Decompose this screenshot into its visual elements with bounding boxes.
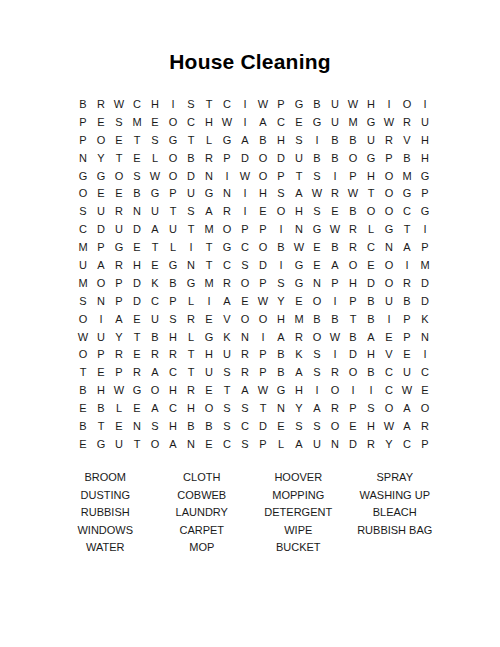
grid-cell: O: [236, 274, 254, 292]
grid-cell: A: [290, 184, 308, 202]
grid-cell: D: [416, 292, 434, 310]
grid-cell: E: [200, 310, 218, 328]
grid-cell: I: [308, 131, 326, 149]
grid-cell: T: [182, 345, 200, 363]
word-list-item: WASHING UP: [360, 487, 431, 505]
grid-cell: U: [110, 435, 128, 453]
grid-cell: T: [182, 220, 200, 238]
grid-cell: B: [362, 292, 380, 310]
grid-cell: I: [164, 95, 182, 113]
grid-cell: R: [164, 345, 182, 363]
grid-cell: B: [326, 238, 344, 256]
grid-cell: P: [416, 184, 434, 202]
grid-cell: C: [182, 113, 200, 131]
grid-cell: B: [272, 345, 290, 363]
grid-cell: E: [146, 256, 164, 274]
grid-cell: S: [290, 417, 308, 435]
grid-cell: U: [92, 202, 110, 220]
grid-cell: U: [326, 113, 344, 131]
grid-cell: E: [290, 113, 308, 131]
grid-cell: B: [74, 95, 92, 113]
grid-cell: M: [74, 238, 92, 256]
grid-cell: O: [254, 167, 272, 185]
grid-cell: P: [254, 274, 272, 292]
word-list-item: MOP: [189, 539, 214, 557]
grid-cell: H: [254, 184, 272, 202]
grid-cell: Y: [290, 399, 308, 417]
grid-cell: C: [380, 381, 398, 399]
grid-cell: G: [308, 113, 326, 131]
grid-cell: N: [200, 167, 218, 185]
grid-cell: R: [218, 202, 236, 220]
grid-cell: O: [164, 149, 182, 167]
grid-cell: N: [380, 238, 398, 256]
grid-cell: W: [146, 167, 164, 185]
grid-cell: E: [92, 113, 110, 131]
grid-cell: P: [254, 435, 272, 453]
grid-cell: E: [128, 238, 146, 256]
grid-cell: U: [200, 363, 218, 381]
grid-cell: H: [362, 95, 380, 113]
grid-cell: L: [146, 149, 164, 167]
grid-cell: R: [326, 399, 344, 417]
grid-cell: H: [362, 167, 380, 185]
grid-cell: Y: [272, 292, 290, 310]
grid-cell: S: [308, 167, 326, 185]
grid-cell: W: [110, 95, 128, 113]
grid-cell: C: [236, 238, 254, 256]
grid-cell: T: [200, 256, 218, 274]
grid-cell: V: [380, 345, 398, 363]
grid-cell: O: [110, 167, 128, 185]
grid-cell: H: [164, 328, 182, 346]
grid-cell: S: [290, 131, 308, 149]
grid-cell: O: [380, 399, 398, 417]
grid-cell: W: [326, 220, 344, 238]
grid-cell: E: [110, 184, 128, 202]
grid-cell: H: [272, 310, 290, 328]
grid-cell: A: [398, 238, 416, 256]
grid-cell: C: [146, 292, 164, 310]
grid-cell: H: [290, 202, 308, 220]
grid-cell: U: [326, 95, 344, 113]
grid-cell: O: [380, 274, 398, 292]
grid-cell: I: [308, 381, 326, 399]
grid-cell: T: [146, 238, 164, 256]
grid-cell: C: [128, 95, 146, 113]
grid-cell: E: [362, 256, 380, 274]
grid-cell: R: [326, 363, 344, 381]
grid-cell: E: [326, 202, 344, 220]
grid-cell: W: [74, 328, 92, 346]
grid-cell: A: [362, 328, 380, 346]
grid-cell: B: [362, 310, 380, 328]
grid-cell: B: [254, 131, 272, 149]
grid-cell: E: [308, 256, 326, 274]
grid-cell: O: [74, 184, 92, 202]
grid-cell: W: [344, 95, 362, 113]
grid-cell: O: [362, 202, 380, 220]
grid-cell: P: [344, 399, 362, 417]
grid-cell: T: [182, 131, 200, 149]
grid-cell: W: [110, 381, 128, 399]
grid-cell: I: [380, 95, 398, 113]
grid-cell: R: [398, 274, 416, 292]
grid-cell: U: [146, 310, 164, 328]
grid-cell: U: [182, 184, 200, 202]
grid-cell: O: [164, 113, 182, 131]
grid-cell: P: [416, 238, 434, 256]
grid-cell: R: [326, 184, 344, 202]
grid-cell: O: [146, 435, 164, 453]
grid-cell: O: [164, 167, 182, 185]
grid-cell: O: [272, 202, 290, 220]
grid-cell: I: [200, 292, 218, 310]
grid-cell: Y: [92, 149, 110, 167]
grid-cell: T: [218, 381, 236, 399]
grid-cell: W: [290, 238, 308, 256]
grid-cell: U: [416, 113, 434, 131]
grid-cell: U: [308, 435, 326, 453]
word-list-item: MOPPING: [272, 487, 324, 505]
grid-cell: B: [344, 202, 362, 220]
grid-cell: S: [218, 417, 236, 435]
grid-cell: O: [326, 381, 344, 399]
grid-cell: B: [398, 149, 416, 167]
grid-cell: T: [92, 417, 110, 435]
grid-cell: P: [92, 345, 110, 363]
grid-cell: B: [164, 274, 182, 292]
grid-cell: E: [416, 381, 434, 399]
grid-cell: I: [326, 167, 344, 185]
grid-cell: H: [362, 417, 380, 435]
grid-cell: B: [128, 184, 146, 202]
grid-cell: B: [308, 149, 326, 167]
grid-cell: A: [236, 131, 254, 149]
grid-cell: E: [92, 184, 110, 202]
grid-cell: A: [326, 256, 344, 274]
grid-cell: S: [182, 202, 200, 220]
grid-cell: W: [254, 95, 272, 113]
grid-cell: O: [398, 95, 416, 113]
grid-cell: E: [200, 435, 218, 453]
grid-cell: B: [344, 131, 362, 149]
grid-cell: R: [128, 363, 146, 381]
grid-cell: I: [182, 238, 200, 256]
grid-cell: D: [362, 274, 380, 292]
grid-cell: B: [272, 363, 290, 381]
grid-cell: W: [308, 184, 326, 202]
grid-cell: I: [218, 167, 236, 185]
grid-cell: A: [308, 399, 326, 417]
grid-cell: E: [236, 292, 254, 310]
grid-cell: D: [272, 149, 290, 167]
grid-cell: P: [326, 274, 344, 292]
grid-cell: A: [398, 399, 416, 417]
grid-cell: D: [182, 167, 200, 185]
grid-cell: C: [272, 113, 290, 131]
grid-cell: N: [236, 328, 254, 346]
grid-cell: L: [182, 328, 200, 346]
grid-cell: G: [92, 435, 110, 453]
word-list-column: BROOMDUSTINGRUBBISHWINDOWSWATER: [58, 469, 153, 557]
grid-cell: U: [290, 149, 308, 167]
grid-cell: Y: [380, 435, 398, 453]
grid-cell: D: [236, 149, 254, 167]
grid-cell: I: [416, 220, 434, 238]
grid-cell: M: [398, 167, 416, 185]
grid-cell: E: [128, 310, 146, 328]
grid-cell: W: [254, 292, 272, 310]
grid-cell: C: [416, 363, 434, 381]
grid-cell: E: [146, 113, 164, 131]
grid-cell: U: [146, 202, 164, 220]
grid-cell: A: [272, 328, 290, 346]
grid-cell: E: [308, 238, 326, 256]
grid-cell: D: [128, 274, 146, 292]
grid-cell: O: [416, 399, 434, 417]
grid-cell: O: [74, 310, 92, 328]
grid-cell: R: [146, 345, 164, 363]
grid-cell: O: [218, 220, 236, 238]
grid-cell: G: [110, 238, 128, 256]
grid-cell: P: [344, 167, 362, 185]
grid-cell: O: [92, 274, 110, 292]
grid-cell: A: [290, 363, 308, 381]
grid-cell: B: [326, 310, 344, 328]
grid-cell: S: [236, 435, 254, 453]
grid-cell: B: [272, 238, 290, 256]
grid-cell: L: [164, 238, 182, 256]
grid-cell: O: [380, 256, 398, 274]
grid-cell: S: [236, 256, 254, 274]
grid-cell: A: [146, 220, 164, 238]
grid-cell: E: [398, 345, 416, 363]
grid-cell: T: [200, 238, 218, 256]
grid-cell: D: [416, 274, 434, 292]
grid-cell: I: [416, 345, 434, 363]
grid-cell: I: [362, 381, 380, 399]
grid-cell: W: [398, 381, 416, 399]
word-list-item: HOOVER: [274, 469, 322, 487]
grid-cell: W: [344, 184, 362, 202]
grid-cell: P: [110, 363, 128, 381]
grid-cell: B: [326, 149, 344, 167]
grid-cell: B: [344, 328, 362, 346]
word-list-item: BUCKET: [276, 539, 321, 557]
grid-cell: S: [308, 417, 326, 435]
grid-cell: R: [236, 345, 254, 363]
word-list-item: DUSTING: [81, 487, 131, 505]
grid-cell: P: [344, 292, 362, 310]
grid-cell: I: [344, 381, 362, 399]
grid-cell: I: [398, 256, 416, 274]
grid-cell: G: [398, 184, 416, 202]
grid-cell: D: [128, 292, 146, 310]
grid-cell: C: [74, 220, 92, 238]
grid-cell: E: [128, 399, 146, 417]
grid-cell: T: [74, 363, 92, 381]
grid-cell: U: [110, 220, 128, 238]
grid-cell: A: [146, 363, 164, 381]
grid-cell: O: [380, 167, 398, 185]
grid-cell: P: [398, 328, 416, 346]
grid-cell: S: [308, 345, 326, 363]
grid-cell: T: [344, 310, 362, 328]
grid-cell: S: [236, 399, 254, 417]
word-list-item: WIPE: [284, 522, 312, 540]
grid-cell: S: [182, 95, 200, 113]
grid-cell: P: [254, 345, 272, 363]
grid-cell: R: [218, 274, 236, 292]
grid-cell: W: [326, 328, 344, 346]
grid-cell: K: [416, 310, 434, 328]
grid-cell: H: [416, 149, 434, 167]
grid-cell: O: [200, 399, 218, 417]
grid-cell: R: [416, 417, 434, 435]
grid-cell: U: [164, 220, 182, 238]
grid-cell: B: [326, 131, 344, 149]
grid-cell: G: [362, 149, 380, 167]
grid-cell: U: [398, 363, 416, 381]
grid-cell: A: [290, 435, 308, 453]
grid-cell: O: [254, 149, 272, 167]
grid-cell: E: [254, 202, 272, 220]
grid-cell: P: [254, 220, 272, 238]
grid-cell: C: [362, 238, 380, 256]
word-list-item: DETERGENT: [264, 504, 332, 522]
grid-cell: H: [200, 345, 218, 363]
grid-cell: I: [380, 310, 398, 328]
grid-cell: R: [110, 202, 128, 220]
grid-cell: P: [74, 113, 92, 131]
grid-cell: C: [164, 399, 182, 417]
grid-cell: S: [308, 363, 326, 381]
grid-cell: O: [74, 345, 92, 363]
grid-cell: R: [380, 131, 398, 149]
grid-cell: M: [200, 220, 218, 238]
grid-cell: P: [218, 149, 236, 167]
grid-cell: R: [344, 238, 362, 256]
word-list-item: BROOM: [84, 469, 126, 487]
grid-cell: O: [380, 202, 398, 220]
grid-cell: N: [128, 202, 146, 220]
grid-cell: E: [380, 328, 398, 346]
grid-cell: V: [218, 310, 236, 328]
grid-cell: L: [362, 220, 380, 238]
grid-cell: T: [182, 363, 200, 381]
grid-cell: B: [362, 363, 380, 381]
grid-cell: P: [164, 292, 182, 310]
grid-cell: E: [128, 149, 146, 167]
grid-cell: K: [146, 274, 164, 292]
grid-cell: N: [290, 220, 308, 238]
grid-cell: E: [128, 345, 146, 363]
grid-cell: N: [308, 274, 326, 292]
grid-cell: C: [380, 363, 398, 381]
grid-cell: H: [164, 417, 182, 435]
grid-cell: R: [92, 95, 110, 113]
grid-cell: W: [380, 113, 398, 131]
grid-cell: T: [110, 149, 128, 167]
grid-cell: T: [398, 220, 416, 238]
grid-cell: M: [290, 310, 308, 328]
grid-cell: P: [272, 95, 290, 113]
grid-cell: E: [110, 417, 128, 435]
grid-cell: R: [110, 345, 128, 363]
grid-cell: E: [272, 417, 290, 435]
grid-cell: E: [344, 417, 362, 435]
grid-cell: D: [344, 435, 362, 453]
grid-cell: K: [290, 345, 308, 363]
grid-cell: D: [128, 220, 146, 238]
grid-cell: M: [128, 113, 146, 131]
grid-cell: G: [74, 167, 92, 185]
grid-cell: G: [146, 184, 164, 202]
grid-cell: T: [128, 131, 146, 149]
word-list-item: BLEACH: [373, 504, 417, 522]
grid-cell: S: [128, 167, 146, 185]
grid-cell: M: [416, 256, 434, 274]
grid-cell: E: [92, 363, 110, 381]
grid-cell: H: [344, 274, 362, 292]
grid-cell: W: [236, 167, 254, 185]
word-list-column: CLOTHCOBWEBLAUNDRYCARPETMOP: [155, 469, 250, 557]
grid-cell: C: [236, 417, 254, 435]
grid-cell: S: [218, 363, 236, 381]
grid-cell: H: [200, 113, 218, 131]
grid-cell: G: [164, 256, 182, 274]
grid-cell: T: [128, 435, 146, 453]
puzzle-title: House Cleaning: [0, 50, 500, 74]
grid-cell: G: [416, 202, 434, 220]
grid-cell: E: [290, 292, 308, 310]
grid-cell: N: [128, 417, 146, 435]
grid-cell: T: [128, 328, 146, 346]
word-list-item: RUBBISH BAG: [357, 522, 432, 540]
grid-cell: U: [380, 292, 398, 310]
grid-cell: P: [254, 363, 272, 381]
grid-cell: B: [398, 292, 416, 310]
grid-cell: O: [146, 381, 164, 399]
grid-cell: G: [362, 113, 380, 131]
grid-cell: H: [182, 399, 200, 417]
grid-cell: W: [254, 381, 272, 399]
grid-cell: U: [362, 131, 380, 149]
grid-cell: H: [272, 131, 290, 149]
grid-cell: G: [290, 274, 308, 292]
word-list: BROOMDUSTINGRUBBISHWINDOWSWATERCLOTHCOBW…: [58, 469, 442, 557]
grid-cell: H: [416, 131, 434, 149]
grid-cell: E: [74, 399, 92, 417]
grid-cell: O: [344, 149, 362, 167]
grid-cell: I: [272, 220, 290, 238]
word-search-page: House Cleaning BRWCHISTCIWPGBUWHIOIPESME…: [0, 0, 500, 647]
grid-cell: L: [200, 131, 218, 149]
grid-cell: I: [326, 345, 344, 363]
grid-cell: A: [254, 113, 272, 131]
grid-cell: E: [200, 381, 218, 399]
grid-cell: G: [416, 167, 434, 185]
grid-cell: U: [218, 345, 236, 363]
word-list-column: SPRAYWASHING UPBLEACHRUBBISH BAG: [348, 469, 443, 557]
grid-cell: A: [200, 202, 218, 220]
grid-cell: P: [110, 274, 128, 292]
grid-cell: I: [236, 202, 254, 220]
grid-cell: M: [74, 274, 92, 292]
grid-cell: C: [164, 363, 182, 381]
grid-cell: O: [92, 131, 110, 149]
